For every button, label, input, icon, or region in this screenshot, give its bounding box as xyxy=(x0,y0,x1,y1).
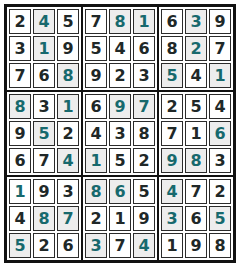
cell-r4c1[interactable]: 8 xyxy=(9,94,31,119)
cell-r6c9[interactable]: 3 xyxy=(209,148,231,173)
cell-r9c4[interactable]: 3 xyxy=(85,233,107,258)
cell-r7c8[interactable]: 7 xyxy=(185,179,207,204)
sudoku-block-3: 639827541 xyxy=(159,7,233,90)
cell-r6c4[interactable]: 1 xyxy=(85,148,107,173)
cell-r3c5[interactable]: 2 xyxy=(109,63,131,88)
cell-r5c9[interactable]: 6 xyxy=(209,121,231,146)
cell-r8c8[interactable]: 6 xyxy=(185,206,207,231)
cell-r9c8[interactable]: 9 xyxy=(185,233,207,258)
cell-r5c8[interactable]: 1 xyxy=(185,121,207,146)
cell-r2c3[interactable]: 9 xyxy=(57,36,79,61)
cell-r2c7[interactable]: 8 xyxy=(161,36,183,61)
cell-r4c6[interactable]: 7 xyxy=(133,94,155,119)
cell-r6c2[interactable]: 7 xyxy=(33,148,55,173)
sudoku-board: 2453197687815469236398275418319526746974… xyxy=(4,4,236,263)
cell-r5c4[interactable]: 4 xyxy=(85,121,107,146)
cell-r7c6[interactable]: 5 xyxy=(133,179,155,204)
cell-r5c2[interactable]: 5 xyxy=(33,121,55,146)
cell-r2c4[interactable]: 5 xyxy=(85,36,107,61)
cell-r1c4[interactable]: 7 xyxy=(85,9,107,34)
cell-r3c6[interactable]: 3 xyxy=(133,63,155,88)
cell-r1c2[interactable]: 4 xyxy=(33,9,55,34)
cell-r1c5[interactable]: 8 xyxy=(109,9,131,34)
cell-r4c3[interactable]: 1 xyxy=(57,94,79,119)
cell-r4c2[interactable]: 3 xyxy=(33,94,55,119)
cell-r4c4[interactable]: 6 xyxy=(85,94,107,119)
cell-r6c8[interactable]: 8 xyxy=(185,148,207,173)
sudoku-block-4: 831952674 xyxy=(7,92,81,175)
cell-r1c8[interactable]: 3 xyxy=(185,9,207,34)
cell-r1c3[interactable]: 5 xyxy=(57,9,79,34)
cell-r7c1[interactable]: 1 xyxy=(9,179,31,204)
cell-r5c1[interactable]: 9 xyxy=(9,121,31,146)
cell-r4c8[interactable]: 5 xyxy=(185,94,207,119)
cell-r5c6[interactable]: 8 xyxy=(133,121,155,146)
cell-r7c2[interactable]: 9 xyxy=(33,179,55,204)
cell-r8c5[interactable]: 1 xyxy=(109,206,131,231)
sudoku-block-8: 865219374 xyxy=(83,177,157,260)
cell-r7c4[interactable]: 8 xyxy=(85,179,107,204)
cell-r8c1[interactable]: 4 xyxy=(9,206,31,231)
cell-r1c7[interactable]: 6 xyxy=(161,9,183,34)
cell-r1c1[interactable]: 2 xyxy=(9,9,31,34)
cell-r3c7[interactable]: 5 xyxy=(161,63,183,88)
cell-r9c9[interactable]: 8 xyxy=(209,233,231,258)
cell-r3c4[interactable]: 9 xyxy=(85,63,107,88)
cell-r5c5[interactable]: 3 xyxy=(109,121,131,146)
cell-r1c6[interactable]: 1 xyxy=(133,9,155,34)
cell-r2c5[interactable]: 4 xyxy=(109,36,131,61)
cell-r3c2[interactable]: 6 xyxy=(33,63,55,88)
cell-r4c7[interactable]: 2 xyxy=(161,94,183,119)
cell-r3c9[interactable]: 1 xyxy=(209,63,231,88)
sudoku-block-9: 472365198 xyxy=(159,177,233,260)
cell-r9c7[interactable]: 1 xyxy=(161,233,183,258)
cell-r8c6[interactable]: 9 xyxy=(133,206,155,231)
cell-r9c5[interactable]: 7 xyxy=(109,233,131,258)
cell-r3c3[interactable]: 8 xyxy=(57,63,79,88)
cell-r9c6[interactable]: 4 xyxy=(133,233,155,258)
cell-r5c7[interactable]: 7 xyxy=(161,121,183,146)
sudoku-block-7: 193487526 xyxy=(7,177,81,260)
cell-r8c4[interactable]: 2 xyxy=(85,206,107,231)
cell-r3c1[interactable]: 7 xyxy=(9,63,31,88)
cell-r2c1[interactable]: 3 xyxy=(9,36,31,61)
cell-r8c2[interactable]: 8 xyxy=(33,206,55,231)
cell-r3c8[interactable]: 4 xyxy=(185,63,207,88)
cell-r8c9[interactable]: 5 xyxy=(209,206,231,231)
sudoku-block-1: 245319768 xyxy=(7,7,81,90)
cell-r9c1[interactable]: 5 xyxy=(9,233,31,258)
cell-r7c9[interactable]: 2 xyxy=(209,179,231,204)
cell-r8c7[interactable]: 3 xyxy=(161,206,183,231)
cell-r6c1[interactable]: 6 xyxy=(9,148,31,173)
cell-r5c3[interactable]: 2 xyxy=(57,121,79,146)
sudoku-block-2: 781546923 xyxy=(83,7,157,90)
cell-r6c6[interactable]: 2 xyxy=(133,148,155,173)
cell-r4c9[interactable]: 4 xyxy=(209,94,231,119)
sudoku-block-6: 254716983 xyxy=(159,92,233,175)
cell-r2c2[interactable]: 1 xyxy=(33,36,55,61)
cell-r1c9[interactable]: 9 xyxy=(209,9,231,34)
sudoku-block-5: 697438152 xyxy=(83,92,157,175)
cell-r8c3[interactable]: 7 xyxy=(57,206,79,231)
cell-r2c9[interactable]: 7 xyxy=(209,36,231,61)
cell-r7c5[interactable]: 6 xyxy=(109,179,131,204)
cell-r6c7[interactable]: 9 xyxy=(161,148,183,173)
cell-r7c7[interactable]: 4 xyxy=(161,179,183,204)
cell-r2c8[interactable]: 2 xyxy=(185,36,207,61)
cell-r6c3[interactable]: 4 xyxy=(57,148,79,173)
cell-r9c3[interactable]: 6 xyxy=(57,233,79,258)
cell-r2c6[interactable]: 6 xyxy=(133,36,155,61)
cell-r4c5[interactable]: 9 xyxy=(109,94,131,119)
cell-r9c2[interactable]: 2 xyxy=(33,233,55,258)
cell-r7c3[interactable]: 3 xyxy=(57,179,79,204)
cell-r6c5[interactable]: 5 xyxy=(109,148,131,173)
